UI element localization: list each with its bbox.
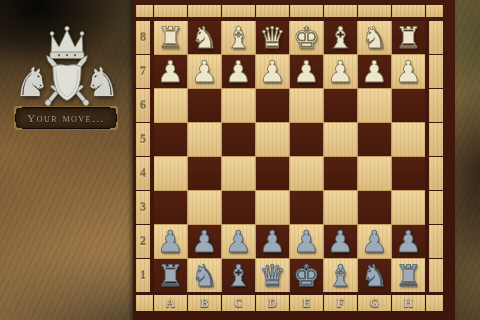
rank-label-tile: 8 [136,21,150,54]
ornament-corner [14,106,22,114]
square-b4[interactable] [188,157,221,190]
board-border-tile [426,5,443,17]
file-label: E [302,296,310,311]
file-label-tile: C [222,295,255,311]
square-e3[interactable] [290,191,323,224]
square-a6[interactable] [154,89,187,122]
square-c6[interactable] [222,89,255,122]
square-f5[interactable] [324,123,357,156]
square-e6[interactable] [290,89,323,122]
square-f8[interactable]: ♝ [324,21,357,54]
rank-label-tile: 7 [136,55,150,88]
square-e4[interactable] [290,157,323,190]
square-g1[interactable]: ♞ [358,259,391,292]
board-border-left: 87654321 [136,21,150,292]
square-e8[interactable]: ♚ [290,21,323,54]
board-border-tile [429,55,443,88]
rank-label-tile: 2 [136,225,150,258]
piece-cream-queen[interactable]: ♛ [259,23,286,53]
piece-cream-pawn[interactable]: ♟ [293,57,320,87]
piece-silver-pawn[interactable]: ♟ [327,227,354,257]
square-f3[interactable] [324,191,357,224]
file-label-tile: A [154,295,187,311]
square-d6[interactable] [256,89,289,122]
square-g7[interactable]: ♟ [358,55,391,88]
piece-silver-knight[interactable]: ♞ [191,261,218,291]
square-a3[interactable] [154,191,187,224]
status-message: Your move... [27,112,104,124]
square-b6[interactable] [188,89,221,122]
piece-silver-pawn[interactable]: ♟ [191,227,218,257]
square-e5[interactable] [290,123,323,156]
svg-text:♞: ♞ [14,59,50,105]
board-border-tile [426,295,443,311]
piece-cream-knight[interactable]: ♞ [191,23,218,53]
piece-silver-queen[interactable]: ♛ [259,261,286,291]
square-b7[interactable]: ♟ [188,55,221,88]
piece-cream-king[interactable]: ♚ [293,23,320,53]
square-h7[interactable]: ♟ [392,55,425,88]
piece-cream-pawn[interactable]: ♟ [259,57,286,87]
board-squares: ♜♞♝♛♚♝♞♜♟♟♟♟♟♟♟♟♟♟♟♟♟♟♟♟♜♞♝♛♚♝♞♜ [154,21,425,292]
square-c4[interactable] [222,157,255,190]
piece-silver-pawn[interactable]: ♟ [157,227,184,257]
square-e1[interactable]: ♚ [290,259,323,292]
square-c8[interactable]: ♝ [222,21,255,54]
piece-silver-rook[interactable]: ♜ [395,261,422,291]
heraldic-crest: ♞ ♞ [14,22,120,108]
square-h4[interactable] [392,157,425,190]
square-h6[interactable] [392,89,425,122]
square-d8[interactable]: ♛ [256,21,289,54]
ornament-corner [110,122,118,130]
crown-icon [50,26,84,58]
board-border-tile [324,5,357,17]
square-g3[interactable] [358,191,391,224]
square-f1[interactable]: ♝ [324,259,357,292]
rank-label-tile: 4 [136,157,150,190]
piece-silver-pawn[interactable]: ♟ [395,227,422,257]
file-label: C [234,296,243,311]
rank-label: 5 [140,132,146,147]
square-c3[interactable] [222,191,255,224]
rank-label: 7 [140,64,146,79]
file-label-tile: H [392,295,425,311]
ornament-corner [14,122,22,130]
board-border-tile [429,123,443,156]
square-g2[interactable]: ♟ [358,225,391,258]
rank-label: 6 [140,98,146,113]
piece-cream-bishop[interactable]: ♝ [225,23,252,53]
square-c1[interactable]: ♝ [222,259,255,292]
square-d2[interactable]: ♟ [256,225,289,258]
rank-label: 3 [140,200,146,215]
piece-cream-knight[interactable]: ♞ [361,23,388,53]
file-label-tile: F [324,295,357,311]
board-border-tile [154,5,187,17]
knight-left-icon: ♞ [14,59,50,105]
file-label: B [200,296,208,311]
square-a1[interactable]: ♜ [154,259,187,292]
square-f6[interactable] [324,89,357,122]
rank-label-tile: 3 [136,191,150,224]
square-g8[interactable]: ♞ [358,21,391,54]
knight-right-icon: ♞ [84,59,120,105]
square-a8[interactable]: ♜ [154,21,187,54]
piece-cream-rook[interactable]: ♜ [157,23,184,53]
file-label: F [337,296,344,311]
status-box: Your move... [14,106,118,130]
square-a4[interactable] [154,157,187,190]
square-b2[interactable]: ♟ [188,225,221,258]
piece-cream-rook[interactable]: ♜ [395,23,422,53]
piece-silver-knight[interactable]: ♞ [361,261,388,291]
square-g6[interactable] [358,89,391,122]
board-border-tile [222,5,255,17]
square-c5[interactable] [222,123,255,156]
rank-label: 1 [140,268,146,283]
rank-label: 8 [140,30,146,45]
piece-cream-pawn[interactable]: ♟ [395,57,422,87]
piece-cream-pawn[interactable]: ♟ [225,57,252,87]
piece-cream-pawn[interactable]: ♟ [361,57,388,87]
square-b5[interactable] [188,123,221,156]
board-border-top [136,5,443,17]
square-b1[interactable]: ♞ [188,259,221,292]
piece-silver-bishop[interactable]: ♝ [225,261,252,291]
file-label-tile: E [290,295,323,311]
board-border-tile [256,5,289,17]
square-d4[interactable] [256,157,289,190]
square-c7[interactable]: ♟ [222,55,255,88]
board-border-tile [429,21,443,54]
square-a2[interactable]: ♟ [154,225,187,258]
square-b8[interactable]: ♞ [188,21,221,54]
rank-label-tile: 5 [136,123,150,156]
board-border-tile [290,5,323,17]
board-border-bottom: ABCDEFGH [136,295,443,311]
board-border-tile [429,89,443,122]
square-a5[interactable] [154,123,187,156]
rank-label-tile: 6 [136,89,150,122]
board-border-tile [136,5,153,17]
file-label: D [268,296,277,311]
board-border-tile [392,5,425,17]
board-border-tile [429,157,443,190]
square-c2[interactable]: ♟ [222,225,255,258]
piece-silver-bishop[interactable]: ♝ [327,261,354,291]
chess-board: 87654321 ABCDEFGH ♜♞♝♛♚♝♞♜♟♟♟♟♟♟♟♟♟♟♟♟♟♟… [133,0,455,320]
square-d1[interactable]: ♛ [256,259,289,292]
piece-silver-pawn[interactable]: ♟ [361,227,388,257]
piece-silver-king[interactable]: ♚ [293,261,320,291]
square-e7[interactable]: ♟ [290,55,323,88]
square-d7[interactable]: ♟ [256,55,289,88]
square-h1[interactable]: ♜ [392,259,425,292]
square-a7[interactable]: ♟ [154,55,187,88]
left-panel: ♞ ♞ Your move... [0,0,133,320]
board-border-tile [188,5,221,17]
square-e2[interactable]: ♟ [290,225,323,258]
square-f2[interactable]: ♟ [324,225,357,258]
file-label-tile: B [188,295,221,311]
piece-cream-pawn[interactable]: ♟ [157,57,184,87]
square-h5[interactable] [392,123,425,156]
square-h2[interactable]: ♟ [392,225,425,258]
board-border-tile [358,5,391,17]
piece-cream-pawn[interactable]: ♟ [327,57,354,87]
file-label: G [370,296,379,311]
piece-silver-pawn[interactable]: ♟ [225,227,252,257]
rank-label: 2 [140,234,146,249]
square-d5[interactable] [256,123,289,156]
file-label-tile: G [358,295,391,311]
rank-label-tile: 1 [136,259,150,292]
piece-silver-pawn[interactable]: ♟ [293,227,320,257]
file-label-tile: D [256,295,289,311]
ornament-corner [110,106,118,114]
square-d3[interactable] [256,191,289,224]
square-g5[interactable] [358,123,391,156]
svg-text:♞: ♞ [84,59,120,105]
square-h8[interactable]: ♜ [392,21,425,54]
board-border-right [429,21,443,292]
square-g4[interactable] [358,157,391,190]
board-border-tile [429,191,443,224]
square-f4[interactable] [324,157,357,190]
piece-cream-bishop[interactable]: ♝ [327,23,354,53]
piece-silver-pawn[interactable]: ♟ [259,227,286,257]
board-border-tile [429,225,443,258]
piece-cream-pawn[interactable]: ♟ [191,57,218,87]
square-b3[interactable] [188,191,221,224]
square-f7[interactable]: ♟ [324,55,357,88]
rank-label: 4 [140,166,146,181]
piece-silver-rook[interactable]: ♜ [157,261,184,291]
square-h3[interactable] [392,191,425,224]
board-border-tile [429,259,443,292]
file-label: A [166,296,175,311]
board-border-tile [136,295,153,311]
file-label: H [404,296,413,311]
